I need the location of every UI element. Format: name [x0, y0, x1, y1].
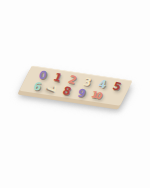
puzzle-piece-5[interactable]: 5: [107, 79, 126, 94]
puzzle-piece-10[interactable]: 10: [87, 88, 106, 102]
product-photo-scene: 012345678910: [0, 0, 150, 188]
